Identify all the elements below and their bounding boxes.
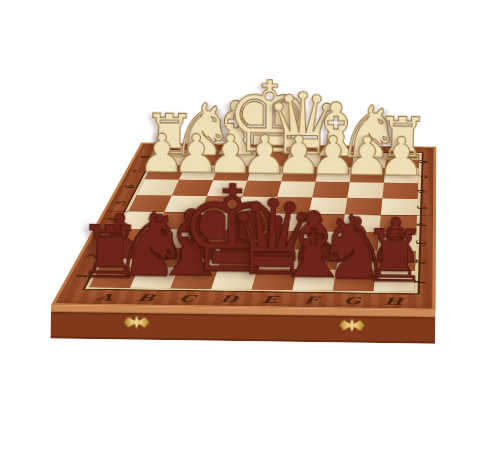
file-label-d: D bbox=[206, 293, 251, 305]
rank-label-8: 8 bbox=[417, 160, 431, 163]
rank-label-6: 6 bbox=[122, 185, 138, 189]
file-label-g: G bbox=[331, 295, 374, 307]
file-label-b: B bbox=[123, 292, 169, 304]
rank-label-7: 7 bbox=[416, 174, 430, 178]
black-rook-icon: ♜ bbox=[361, 220, 427, 293]
board-frame: ♜♞♝♚♛♝♞♜♟♟♟♟♟♟♟♟♟♟♟♟♟♟♟♟♜♞♝♚♛♝♞♜ A B C D… bbox=[51, 143, 436, 311]
file-label-e: E bbox=[248, 294, 292, 306]
camera-tilt-wrapper: ♜♞♝♚♛♝♞♜♟♟♟♟♟♟♟♟♟♟♟♟♟♟♟♟♜♞♝♚♛♝♞♜ A B C D… bbox=[0, 0, 500, 450]
brass-clasp-icon bbox=[339, 318, 365, 332]
file-label-c: C bbox=[165, 293, 210, 305]
piece-black-rook[interactable]: ♜ bbox=[374, 290, 415, 291]
square-h1[interactable]: ♜ bbox=[374, 270, 415, 291]
box-front-face bbox=[51, 305, 436, 344]
square-h7[interactable]: ♟ bbox=[384, 168, 419, 183]
file-label-f: F bbox=[289, 294, 332, 306]
rank-label-8: 8 bbox=[138, 156, 153, 159]
rank-label-7: 7 bbox=[130, 170, 146, 174]
brass-clasp-icon bbox=[124, 315, 150, 329]
perspective-wrapper: ♜♞♝♚♛♝♞♜♟♟♟♟♟♟♟♟♟♟♟♟♟♟♟♟♜♞♝♚♛♝♞♜ A B C D… bbox=[0, 0, 500, 450]
file-label-h: H bbox=[372, 295, 414, 307]
chess-set-photo: ♜♞♝♚♛♝♞♜♟♟♟♟♟♟♟♟♟♟♟♟♟♟♟♟♜♞♝♚♛♝♞♜ A B C D… bbox=[0, 0, 500, 450]
rank-label-6: 6 bbox=[415, 189, 430, 193]
file-label-a: A bbox=[81, 292, 128, 304]
